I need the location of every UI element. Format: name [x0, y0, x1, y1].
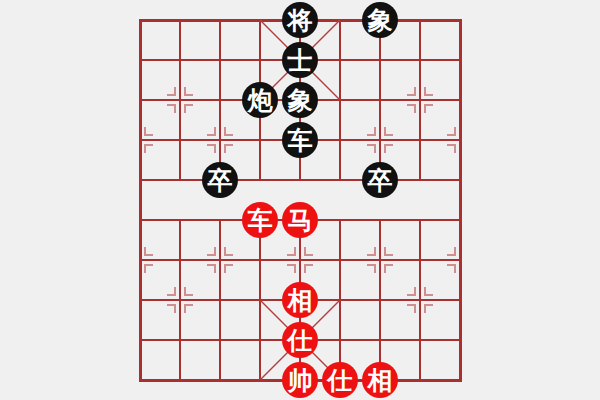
- position-marker-corner: [207, 264, 216, 273]
- position-marker-corner: [407, 287, 416, 296]
- black-soldier[interactable]: 卒: [202, 162, 238, 198]
- position-marker-corner: [447, 144, 456, 153]
- position-marker-corner: [287, 247, 296, 256]
- position-marker-corner: [144, 144, 153, 153]
- position-marker-corner: [167, 304, 176, 313]
- red-elephant[interactable]: 相: [362, 362, 398, 398]
- position-marker-corner: [207, 144, 216, 153]
- position-marker-corner: [407, 104, 416, 113]
- position-marker-corner: [144, 127, 153, 136]
- position-marker-corner: [224, 144, 233, 153]
- red-advisor[interactable]: 仕: [282, 322, 318, 358]
- position-marker-corner: [384, 144, 393, 153]
- position-marker-corner: [304, 264, 313, 273]
- xiangqi-screenshot: 将象士炮象车卒卒车马相仕帅仕相: [0, 0, 600, 400]
- black-general[interactable]: 将: [282, 2, 318, 38]
- position-marker-corner: [367, 247, 376, 256]
- position-marker-corner: [424, 304, 433, 313]
- red-horse[interactable]: 马: [282, 202, 318, 238]
- black-cannon[interactable]: 炮: [242, 82, 278, 118]
- position-marker-corner: [384, 127, 393, 136]
- black-advisor[interactable]: 士: [282, 42, 318, 78]
- position-marker-corner: [367, 144, 376, 153]
- position-marker-corner: [424, 87, 433, 96]
- position-marker-corner: [167, 104, 176, 113]
- position-marker-corner: [207, 127, 216, 136]
- position-marker-corner: [184, 304, 193, 313]
- position-marker-corner: [424, 287, 433, 296]
- position-marker-corner: [144, 264, 153, 273]
- red-general[interactable]: 帅: [282, 362, 318, 398]
- position-marker-corner: [224, 264, 233, 273]
- position-marker-corner: [144, 247, 153, 256]
- position-marker-corner: [184, 104, 193, 113]
- position-marker-corner: [447, 247, 456, 256]
- position-marker-corner: [367, 127, 376, 136]
- red-chariot[interactable]: 车: [242, 202, 278, 238]
- black-elephant[interactable]: 象: [362, 2, 398, 38]
- position-marker-corner: [207, 247, 216, 256]
- red-advisor[interactable]: 仕: [322, 362, 358, 398]
- black-chariot[interactable]: 车: [282, 122, 318, 158]
- position-marker-corner: [167, 287, 176, 296]
- position-marker-corner: [384, 264, 393, 273]
- position-marker-corner: [367, 264, 376, 273]
- position-marker-corner: [384, 247, 393, 256]
- position-marker-corner: [407, 304, 416, 313]
- position-marker-corner: [304, 247, 313, 256]
- xiangqi-board: 将象士炮象车卒卒车马相仕帅仕相: [0, 0, 600, 400]
- position-marker-corner: [184, 287, 193, 296]
- position-marker-corner: [167, 87, 176, 96]
- black-soldier[interactable]: 卒: [362, 162, 398, 198]
- position-marker-corner: [224, 247, 233, 256]
- position-marker-corner: [287, 264, 296, 273]
- position-marker-corner: [447, 264, 456, 273]
- position-marker-corner: [424, 104, 433, 113]
- position-marker-corner: [184, 87, 193, 96]
- position-marker-corner: [407, 87, 416, 96]
- red-elephant[interactable]: 相: [282, 282, 318, 318]
- black-elephant[interactable]: 象: [282, 82, 318, 118]
- position-marker-corner: [224, 127, 233, 136]
- position-marker-corner: [447, 127, 456, 136]
